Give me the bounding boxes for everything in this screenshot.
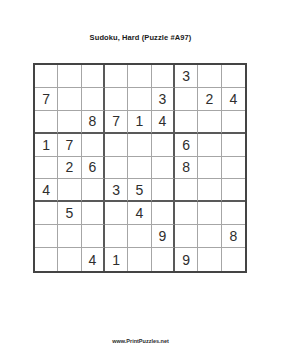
cell-r2c8: 2 (198, 88, 221, 111)
cell-r3c1 (35, 111, 58, 134)
cell-r7c7 (175, 202, 198, 225)
cell-r1c8 (198, 65, 221, 88)
cell-r1c6 (152, 65, 175, 88)
cell-r9c7: 9 (175, 248, 198, 271)
cell-r7c1 (35, 202, 58, 225)
cell-r6c1: 4 (35, 179, 58, 202)
given-digit: 3 (112, 183, 120, 197)
cell-r8c9: 8 (222, 225, 245, 248)
cell-r1c7: 3 (175, 65, 198, 88)
cell-r4c5 (128, 134, 151, 157)
cell-r2c1: 7 (35, 88, 58, 111)
cell-r9c2 (58, 248, 81, 271)
cell-r2c4 (105, 88, 128, 111)
cell-r2c3 (82, 88, 105, 111)
given-digit: 5 (136, 183, 144, 197)
cell-r4c8 (198, 134, 221, 157)
cell-r7c9 (222, 202, 245, 225)
cell-r5c4 (105, 157, 128, 180)
cell-r9c1 (35, 248, 58, 271)
cell-r9c4: 1 (105, 248, 128, 271)
puzzle-title: Sudoku, Hard (Puzzle #A97) (0, 33, 281, 42)
cell-r3c6: 4 (152, 111, 175, 134)
given-digit: 1 (42, 138, 50, 152)
given-digit: 4 (42, 183, 50, 197)
given-digit: 6 (182, 138, 190, 152)
cell-r1c1 (35, 65, 58, 88)
cell-r2c5 (128, 88, 151, 111)
cell-r2c2 (58, 88, 81, 111)
cell-r5c8 (198, 157, 221, 180)
given-digit: 4 (158, 114, 166, 128)
cell-r3c8 (198, 111, 221, 134)
given-digit: 9 (158, 229, 166, 243)
given-digit: 5 (66, 206, 74, 220)
given-digit: 8 (182, 160, 190, 174)
given-digit: 6 (88, 160, 96, 174)
cell-r6c9 (222, 179, 245, 202)
cell-r6c3 (82, 179, 105, 202)
cell-r4c2: 7 (58, 134, 81, 157)
cell-r7c2: 5 (58, 202, 81, 225)
cell-r4c4 (105, 134, 128, 157)
given-digit: 2 (206, 92, 214, 106)
given-digit: 3 (182, 69, 190, 83)
cell-r1c9 (222, 65, 245, 88)
cell-r4c7: 6 (175, 134, 198, 157)
cell-r8c1 (35, 225, 58, 248)
cell-r1c2 (58, 65, 81, 88)
cell-r1c3 (82, 65, 105, 88)
cell-r9c8 (198, 248, 221, 271)
cell-r5c6 (152, 157, 175, 180)
cell-r6c7 (175, 179, 198, 202)
cell-r4c1: 1 (35, 134, 58, 157)
printable-sudoku-page: Sudoku, Hard (Puzzle #A97) 3732487141762… (0, 0, 281, 363)
cell-r7c5: 4 (128, 202, 151, 225)
cell-r5c3: 6 (82, 157, 105, 180)
cell-r5c2: 2 (58, 157, 81, 180)
cell-r6c4: 3 (105, 179, 128, 202)
cell-r7c3 (82, 202, 105, 225)
given-digit: 3 (158, 92, 166, 106)
given-digit: 1 (136, 114, 144, 128)
cell-r5c9 (222, 157, 245, 180)
given-digit: 7 (112, 114, 120, 128)
cell-r1c5 (128, 65, 151, 88)
cell-r3c5: 1 (128, 111, 151, 134)
given-digit: 7 (66, 138, 74, 152)
cell-r5c1 (35, 157, 58, 180)
given-digit: 9 (182, 253, 190, 267)
cell-r6c6 (152, 179, 175, 202)
cell-r3c9 (222, 111, 245, 134)
cell-r2c6: 3 (152, 88, 175, 111)
cell-r8c6: 9 (152, 225, 175, 248)
cell-r8c5 (128, 225, 151, 248)
cell-r3c7 (175, 111, 198, 134)
given-digit: 4 (136, 206, 144, 220)
cell-r4c9 (222, 134, 245, 157)
cell-r8c3 (82, 225, 105, 248)
cell-r9c9 (222, 248, 245, 271)
given-digit: 1 (112, 253, 120, 267)
cell-r2c9: 4 (222, 88, 245, 111)
given-digit: 8 (229, 229, 237, 243)
cell-r3c4: 7 (105, 111, 128, 134)
given-digit: 4 (88, 253, 96, 267)
cell-r5c7: 8 (175, 157, 198, 180)
cell-r6c8 (198, 179, 221, 202)
cell-r3c3: 8 (82, 111, 105, 134)
cell-r8c7 (175, 225, 198, 248)
cell-r6c5: 5 (128, 179, 151, 202)
cell-r9c3: 4 (82, 248, 105, 271)
given-digit: 8 (88, 114, 96, 128)
cell-r7c4 (105, 202, 128, 225)
cell-r8c4 (105, 225, 128, 248)
sudoku-board: 3732487141762684355498419 (33, 63, 247, 273)
cell-r4c6 (152, 134, 175, 157)
given-digit: 2 (66, 160, 74, 174)
footer-site-url: www.PrintPuzzles.net (0, 338, 281, 344)
cell-r7c6 (152, 202, 175, 225)
given-digit: 7 (42, 92, 50, 106)
cell-r9c5 (128, 248, 151, 271)
cell-r6c2 (58, 179, 81, 202)
cell-r8c2 (58, 225, 81, 248)
cell-r8c8 (198, 225, 221, 248)
cell-r5c5 (128, 157, 151, 180)
cell-r7c8 (198, 202, 221, 225)
cell-r4c3 (82, 134, 105, 157)
cell-r9c6 (152, 248, 175, 271)
cell-r1c4 (105, 65, 128, 88)
given-digit: 4 (229, 92, 237, 106)
cell-r2c7 (175, 88, 198, 111)
cell-r3c2 (58, 111, 81, 134)
